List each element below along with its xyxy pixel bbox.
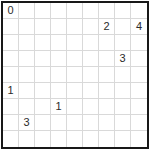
clue-cell-r5c0: 1 [3, 83, 19, 99]
cell-r1c2[interactable] [35, 19, 51, 35]
cell-r3c0[interactable] [3, 51, 19, 67]
cell-r4c7[interactable] [115, 67, 131, 83]
cell-r4c2[interactable] [35, 67, 51, 83]
cell-r4c1[interactable] [19, 67, 35, 83]
cell-r8c6[interactable] [99, 131, 115, 147]
cell-r6c6[interactable] [99, 99, 115, 115]
cell-r2c3[interactable] [51, 35, 67, 51]
cell-r5c8[interactable] [131, 83, 147, 99]
cell-r3c6[interactable] [99, 51, 115, 67]
cell-r4c5[interactable] [83, 67, 99, 83]
cell-r8c5[interactable] [83, 131, 99, 147]
cell-r0c5[interactable] [83, 3, 99, 19]
cell-r6c5[interactable] [83, 99, 99, 115]
cell-r1c0[interactable] [3, 19, 19, 35]
cell-r3c8[interactable] [131, 51, 147, 67]
cell-r2c2[interactable] [35, 35, 51, 51]
cell-r0c7[interactable] [115, 3, 131, 19]
cell-r4c0[interactable] [3, 67, 19, 83]
clue-cell-r7c1: 3 [19, 115, 35, 131]
clue-cell-r3c7: 3 [115, 51, 131, 67]
cell-r6c0[interactable] [3, 99, 19, 115]
cell-r0c8[interactable] [131, 3, 147, 19]
cell-r0c1[interactable] [19, 3, 35, 19]
cell-r3c1[interactable] [19, 51, 35, 67]
cell-r7c8[interactable] [131, 115, 147, 131]
puzzle-board: 0243113 [1, 1, 149, 149]
cell-r7c5[interactable] [83, 115, 99, 131]
cell-r0c2[interactable] [35, 3, 51, 19]
cell-r7c2[interactable] [35, 115, 51, 131]
cell-r0c3[interactable] [51, 3, 67, 19]
cell-r7c6[interactable] [99, 115, 115, 131]
cell-r7c3[interactable] [51, 115, 67, 131]
cell-r2c6[interactable] [99, 35, 115, 51]
cell-r0c4[interactable] [67, 3, 83, 19]
cell-r8c1[interactable] [19, 131, 35, 147]
cell-r2c1[interactable] [19, 35, 35, 51]
cell-r5c1[interactable] [19, 83, 35, 99]
cell-r6c8[interactable] [131, 99, 147, 115]
cell-r1c7[interactable] [115, 19, 131, 35]
cell-r5c6[interactable] [99, 83, 115, 99]
cell-r7c0[interactable] [3, 115, 19, 131]
cell-r6c4[interactable] [67, 99, 83, 115]
cell-r2c5[interactable] [83, 35, 99, 51]
cell-r5c3[interactable] [51, 83, 67, 99]
cell-r4c3[interactable] [51, 67, 67, 83]
cell-r1c4[interactable] [67, 19, 83, 35]
cell-r2c8[interactable] [131, 35, 147, 51]
cell-r6c1[interactable] [19, 99, 35, 115]
cell-r5c7[interactable] [115, 83, 131, 99]
clue-cell-r6c3: 1 [51, 99, 67, 115]
cell-r5c2[interactable] [35, 83, 51, 99]
cell-r3c5[interactable] [83, 51, 99, 67]
cell-r6c2[interactable] [35, 99, 51, 115]
clue-cell-r1c6: 2 [99, 19, 115, 35]
cell-r0c6[interactable] [99, 3, 115, 19]
cell-r2c0[interactable] [3, 35, 19, 51]
cell-r4c6[interactable] [99, 67, 115, 83]
cell-r8c3[interactable] [51, 131, 67, 147]
cell-r7c4[interactable] [67, 115, 83, 131]
cell-r1c3[interactable] [51, 19, 67, 35]
cell-r4c8[interactable] [131, 67, 147, 83]
cell-r8c4[interactable] [67, 131, 83, 147]
cell-r2c4[interactable] [67, 35, 83, 51]
cell-r2c7[interactable] [115, 35, 131, 51]
cell-r1c1[interactable] [19, 19, 35, 35]
cell-r1c5[interactable] [83, 19, 99, 35]
cell-r5c5[interactable] [83, 83, 99, 99]
cell-r8c7[interactable] [115, 131, 131, 147]
cell-r8c8[interactable] [131, 131, 147, 147]
cell-r3c4[interactable] [67, 51, 83, 67]
cell-r4c4[interactable] [67, 67, 83, 83]
cell-r3c2[interactable] [35, 51, 51, 67]
cell-r8c2[interactable] [35, 131, 51, 147]
clue-cell-r0c0: 0 [3, 3, 19, 19]
cell-r5c4[interactable] [67, 83, 83, 99]
cell-r3c3[interactable] [51, 51, 67, 67]
cell-r7c7[interactable] [115, 115, 131, 131]
cell-r8c0[interactable] [3, 131, 19, 147]
cell-r6c7[interactable] [115, 99, 131, 115]
clue-cell-r1c8: 4 [131, 19, 147, 35]
